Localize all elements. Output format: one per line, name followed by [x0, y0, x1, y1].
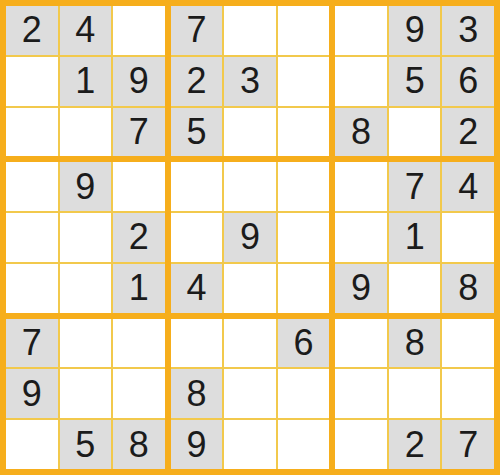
- empty-cell-r7c9[interactable]: [442, 319, 494, 368]
- empty-cell-r3c5[interactable]: [224, 108, 276, 157]
- given-cell-r1c8: 9: [389, 6, 441, 55]
- given-cell-r9c3: 8: [113, 420, 165, 469]
- empty-cell-r6c6[interactable]: [278, 264, 330, 313]
- empty-cell-r8c7[interactable]: [335, 369, 387, 418]
- sudoku-box-7: 7958: [6, 319, 165, 469]
- sudoku-box-9: 827: [335, 319, 494, 469]
- empty-cell-r8c8[interactable]: [389, 369, 441, 418]
- empty-cell-r3c6[interactable]: [278, 108, 330, 157]
- empty-cell-r8c2[interactable]: [60, 369, 112, 418]
- given-cell-r9c4: 9: [171, 420, 223, 469]
- given-cell-r2c3: 9: [113, 57, 165, 106]
- empty-cell-r4c1[interactable]: [6, 162, 58, 211]
- given-cell-r2c5: 3: [224, 57, 276, 106]
- empty-cell-r6c5[interactable]: [224, 264, 276, 313]
- given-cell-r5c5: 9: [224, 213, 276, 262]
- sudoku-box-3: 935682: [335, 6, 494, 156]
- given-cell-r1c1: 2: [6, 6, 58, 55]
- given-cell-r9c9: 7: [442, 420, 494, 469]
- empty-cell-r9c7[interactable]: [335, 420, 387, 469]
- sudoku-box-6: 74198: [335, 162, 494, 312]
- empty-cell-r3c1[interactable]: [6, 108, 58, 157]
- given-cell-r6c3: 1: [113, 264, 165, 313]
- given-cell-r4c8: 7: [389, 162, 441, 211]
- empty-cell-r1c7[interactable]: [335, 6, 387, 55]
- given-cell-r8c4: 8: [171, 369, 223, 418]
- sudoku-box-2: 7235: [171, 6, 330, 156]
- given-cell-r3c3: 7: [113, 108, 165, 157]
- given-cell-r7c8: 8: [389, 319, 441, 368]
- empty-cell-r6c2[interactable]: [60, 264, 112, 313]
- empty-cell-r1c5[interactable]: [224, 6, 276, 55]
- empty-cell-r5c9[interactable]: [442, 213, 494, 262]
- empty-cell-r1c6[interactable]: [278, 6, 330, 55]
- empty-cell-r4c6[interactable]: [278, 162, 330, 211]
- empty-cell-r9c6[interactable]: [278, 420, 330, 469]
- empty-cell-r7c7[interactable]: [335, 319, 387, 368]
- empty-cell-r7c4[interactable]: [171, 319, 223, 368]
- given-cell-r2c9: 6: [442, 57, 494, 106]
- empty-cell-r8c3[interactable]: [113, 369, 165, 418]
- given-cell-r9c2: 5: [60, 420, 112, 469]
- empty-cell-r3c8[interactable]: [389, 108, 441, 157]
- empty-cell-r6c1[interactable]: [6, 264, 58, 313]
- given-cell-r5c3: 2: [113, 213, 165, 262]
- given-cell-r4c9: 4: [442, 162, 494, 211]
- empty-cell-r5c1[interactable]: [6, 213, 58, 262]
- empty-cell-r4c3[interactable]: [113, 162, 165, 211]
- sudoku-board: 24197723593568292194741987958689827: [0, 0, 500, 475]
- given-cell-r8c1: 9: [6, 369, 58, 418]
- empty-cell-r2c6[interactable]: [278, 57, 330, 106]
- empty-cell-r8c9[interactable]: [442, 369, 494, 418]
- empty-cell-r9c5[interactable]: [224, 420, 276, 469]
- given-cell-r4c2: 9: [60, 162, 112, 211]
- empty-cell-r6c8[interactable]: [389, 264, 441, 313]
- empty-cell-r4c7[interactable]: [335, 162, 387, 211]
- given-cell-r3c9: 2: [442, 108, 494, 157]
- empty-cell-r9c1[interactable]: [6, 420, 58, 469]
- empty-cell-r3c2[interactable]: [60, 108, 112, 157]
- empty-cell-r8c5[interactable]: [224, 369, 276, 418]
- given-cell-r7c1: 7: [6, 319, 58, 368]
- empty-cell-r1c3[interactable]: [113, 6, 165, 55]
- given-cell-r3c7: 8: [335, 108, 387, 157]
- empty-cell-r4c4[interactable]: [171, 162, 223, 211]
- given-cell-r2c4: 2: [171, 57, 223, 106]
- empty-cell-r7c5[interactable]: [224, 319, 276, 368]
- given-cell-r1c9: 3: [442, 6, 494, 55]
- empty-cell-r5c7[interactable]: [335, 213, 387, 262]
- sudoku-box-1: 24197: [6, 6, 165, 156]
- empty-cell-r7c3[interactable]: [113, 319, 165, 368]
- given-cell-r3c4: 5: [171, 108, 223, 157]
- empty-cell-r4c5[interactable]: [224, 162, 276, 211]
- given-cell-r5c8: 1: [389, 213, 441, 262]
- sudoku-box-4: 921: [6, 162, 165, 312]
- given-cell-r6c4: 4: [171, 264, 223, 313]
- given-cell-r1c4: 7: [171, 6, 223, 55]
- given-cell-r6c7: 9: [335, 264, 387, 313]
- sudoku-box-8: 689: [171, 319, 330, 469]
- given-cell-r7c6: 6: [278, 319, 330, 368]
- empty-cell-r2c7[interactable]: [335, 57, 387, 106]
- empty-cell-r7c2[interactable]: [60, 319, 112, 368]
- given-cell-r2c8: 5: [389, 57, 441, 106]
- given-cell-r6c9: 8: [442, 264, 494, 313]
- empty-cell-r8c6[interactable]: [278, 369, 330, 418]
- given-cell-r9c8: 2: [389, 420, 441, 469]
- empty-cell-r5c2[interactable]: [60, 213, 112, 262]
- empty-cell-r5c4[interactable]: [171, 213, 223, 262]
- sudoku-box-5: 94: [171, 162, 330, 312]
- empty-cell-r5c6[interactable]: [278, 213, 330, 262]
- empty-cell-r2c1[interactable]: [6, 57, 58, 106]
- given-cell-r1c2: 4: [60, 6, 112, 55]
- given-cell-r2c2: 1: [60, 57, 112, 106]
